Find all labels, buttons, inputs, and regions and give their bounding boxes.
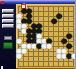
sidebar-button-1[interactable] bbox=[2, 9, 14, 13]
sidebar-button-2[interactable] bbox=[2, 14, 14, 18]
status-text-1 bbox=[1, 56, 15, 59]
go-button[interactable] bbox=[3, 42, 13, 49]
sidebar-panel bbox=[0, 5, 16, 69]
go-board: ●●●●●●●●●●●●●●●●●●●●●●●●●●●●●●●●●●●●●●●●… bbox=[16, 4, 76, 69]
sidebar-small-button[interactable] bbox=[4, 36, 12, 40]
status-text-2 bbox=[1, 66, 15, 69]
app-icon bbox=[1, 1, 4, 4]
sidebar-button-4[interactable] bbox=[2, 24, 14, 28]
board-intersections: ●●●●●●●●●●●●●●●●●●●●●●●●●●●●●●●●●●●●●●●●… bbox=[16, 4, 76, 69]
app-window: ●●●●●●●●●●●●●●●●●●●●●●●●●●●●●●●●●●●●●●●●… bbox=[0, 0, 76, 69]
sidebar-button-3[interactable] bbox=[2, 19, 14, 23]
board-intersection[interactable] bbox=[71, 64, 76, 69]
